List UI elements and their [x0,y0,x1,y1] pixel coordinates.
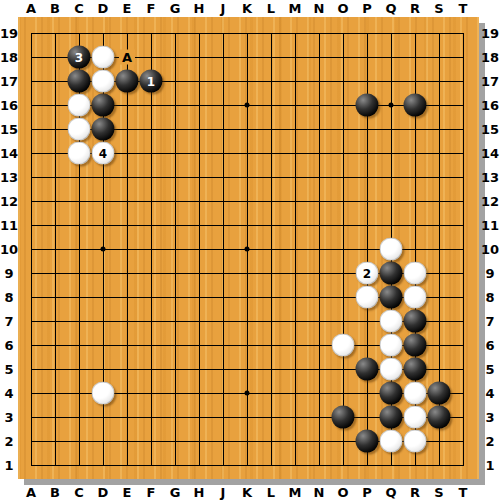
coord-bottom-G: G [170,486,181,499]
coord-bottom-N: N [314,486,325,499]
coord-right-3: 3 [485,411,494,424]
coord-left-6: 6 [4,339,13,352]
coord-top-A: A [26,2,36,15]
stone-black-S4[interactable] [428,382,451,405]
coord-bottom-C: C [74,486,84,499]
coord-top-M: M [289,2,302,15]
coord-left-10: 10 [0,243,18,256]
stone-white-Q2[interactable] [380,430,403,453]
stone-black-C18[interactable]: 3 [68,46,91,69]
stone-white-Q6[interactable] [380,334,403,357]
stone-white-D17[interactable] [92,70,115,93]
coord-right-18: 18 [481,51,499,64]
coord-bottom-F: F [147,486,156,499]
stone-black-Q8[interactable] [380,286,403,309]
coord-bottom-Q: Q [385,486,396,499]
coord-right-2: 2 [485,435,494,448]
stone-black-E17[interactable] [116,70,139,93]
stone-black-F17[interactable]: 1 [140,70,163,93]
coord-left-5: 5 [4,363,13,376]
move-number-label: 4 [99,147,107,159]
stone-black-R6[interactable] [404,334,427,357]
coord-left-2: 2 [4,435,13,448]
stone-black-Q9[interactable] [380,262,403,285]
coord-bottom-H: H [194,486,205,499]
stone-black-Q4[interactable] [380,382,403,405]
coord-bottom-P: P [362,486,372,499]
coord-top-K: K [242,2,252,15]
coord-bottom-J: J [221,486,226,499]
coord-right-9: 9 [485,267,494,280]
star-point-K10 [245,247,250,252]
coord-bottom-E: E [123,486,132,499]
coord-right-8: 8 [485,291,494,304]
stone-white-R8[interactable] [404,286,427,309]
stone-white-Q10[interactable] [380,238,403,261]
stone-white-D18[interactable] [92,46,115,69]
star-point-K16 [245,103,250,108]
go-diagram-page: 3142A AABBCCDDEEFFGGHHJJKKLLMMNNOOPPQQRR… [0,0,500,500]
coord-bottom-R: R [410,486,420,499]
stone-white-R9[interactable] [404,262,427,285]
coord-top-R: R [410,2,420,15]
coord-left-4: 4 [4,387,13,400]
stone-white-R3[interactable] [404,406,427,429]
stone-black-D15[interactable] [92,118,115,141]
coord-top-H: H [194,2,205,15]
coord-right-12: 12 [481,195,499,208]
coord-bottom-K: K [242,486,252,499]
coord-left-1: 1 [4,459,13,472]
stone-black-R5[interactable] [404,358,427,381]
coord-right-1: 1 [485,459,494,472]
go-board[interactable]: 3142A [18,17,479,479]
stone-black-P5[interactable] [356,358,379,381]
coord-left-8: 8 [4,291,13,304]
coord-right-5: 5 [485,363,494,376]
stone-white-C14[interactable] [68,142,91,165]
stone-black-Q3[interactable] [380,406,403,429]
move-number-label: 1 [147,75,155,87]
coord-top-T: T [459,2,468,15]
coord-right-14: 14 [481,147,499,160]
coord-top-F: F [147,2,156,15]
coord-left-7: 7 [4,315,13,328]
coord-bottom-A: A [26,486,36,499]
coord-right-6: 6 [485,339,494,352]
coord-left-13: 13 [0,171,18,184]
coord-left-12: 12 [0,195,18,208]
coord-right-16: 16 [481,99,499,112]
coord-top-O: O [337,2,348,15]
stone-white-D4[interactable] [92,382,115,405]
coord-right-7: 7 [485,315,494,328]
coord-left-18: 18 [0,51,18,64]
coord-top-N: N [314,2,325,15]
coord-left-14: 14 [0,147,18,160]
coord-left-16: 16 [0,99,18,112]
coord-top-Q: Q [385,2,396,15]
coord-bottom-L: L [267,486,275,499]
stone-white-Q7[interactable] [380,310,403,333]
stone-black-R7[interactable] [404,310,427,333]
coord-right-17: 17 [481,75,499,88]
coord-bottom-B: B [50,486,60,499]
coord-right-10: 10 [481,243,499,256]
stone-black-P2[interactable] [356,430,379,453]
coord-top-J: J [221,2,226,15]
coord-left-9: 9 [4,267,13,280]
point-annotation-E18[interactable]: A [119,50,135,65]
coord-top-C: C [74,2,84,15]
stone-black-S3[interactable] [428,406,451,429]
stone-black-P16[interactable] [356,94,379,117]
coord-left-11: 11 [0,219,18,232]
star-point-D10 [101,247,106,252]
stone-black-R16[interactable] [404,94,427,117]
stone-white-Q5[interactable] [380,358,403,381]
star-point-K4 [245,391,250,396]
stone-black-C17[interactable] [68,70,91,93]
coord-left-19: 19 [0,27,18,40]
coord-right-15: 15 [481,123,499,136]
coord-left-17: 17 [0,75,18,88]
coord-top-E: E [123,2,132,15]
coord-top-S: S [434,2,443,15]
star-point-Q16 [389,103,394,108]
coord-bottom-T: T [459,486,468,499]
stone-white-R4[interactable] [404,382,427,405]
coord-bottom-O: O [337,486,348,499]
coord-right-13: 13 [481,171,499,184]
stone-white-P8[interactable] [356,286,379,309]
coord-bottom-D: D [98,486,109,499]
coord-top-L: L [267,2,275,15]
stone-white-D14[interactable]: 4 [92,142,115,165]
stone-black-O3[interactable] [332,406,355,429]
coord-bottom-M: M [289,486,302,499]
stone-white-R2[interactable] [404,430,427,453]
stone-white-P9[interactable]: 2 [356,262,379,285]
coord-right-4: 4 [485,387,494,400]
stone-black-D16[interactable] [92,94,115,117]
coord-left-15: 15 [0,123,18,136]
coord-top-B: B [50,2,60,15]
move-number-label: 3 [75,51,83,63]
stone-white-O6[interactable] [332,334,355,357]
stone-white-C15[interactable] [68,118,91,141]
stone-white-C16[interactable] [68,94,91,117]
coord-top-G: G [170,2,181,15]
coord-top-P: P [362,2,372,15]
coord-bottom-S: S [434,486,443,499]
coord-top-D: D [98,2,109,15]
move-number-label: 2 [363,267,371,279]
coord-left-3: 3 [4,411,13,424]
coord-right-11: 11 [481,219,499,232]
coord-right-19: 19 [481,27,499,40]
